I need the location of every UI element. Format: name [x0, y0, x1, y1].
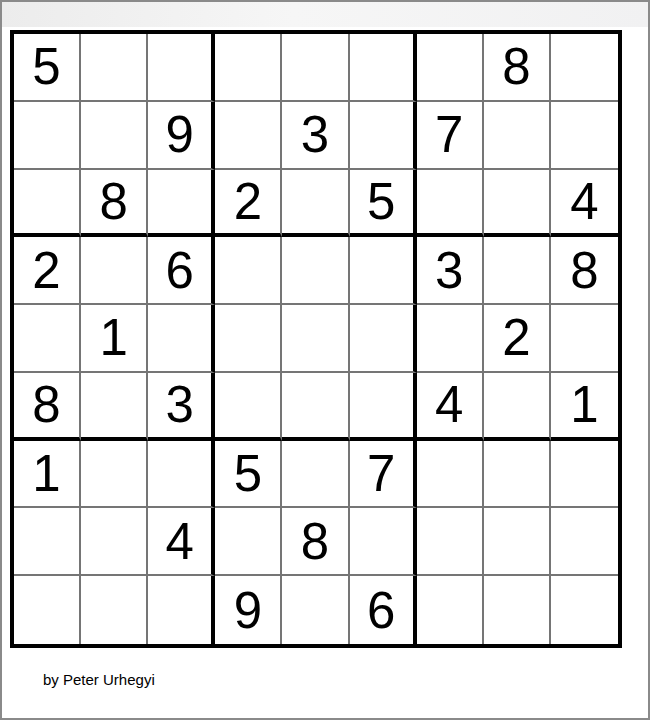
cell-r5c8[interactable]: 2 [484, 305, 551, 373]
cell-r2c2[interactable] [81, 102, 148, 170]
cell-r8c2[interactable] [81, 508, 148, 576]
cell-r7c6[interactable]: 7 [350, 441, 417, 509]
cell-r8c5[interactable]: 8 [282, 508, 349, 576]
sudoku-board: 58937825426381283411574896 [10, 30, 622, 648]
cell-r7c7[interactable] [417, 441, 484, 509]
cell-r7c3[interactable] [148, 441, 215, 509]
cell-r4c8[interactable] [484, 237, 551, 305]
cell-r9c3[interactable] [148, 576, 215, 644]
cell-r4c9[interactable]: 8 [551, 237, 618, 305]
cell-r1c2[interactable] [81, 34, 148, 102]
cell-r2c5[interactable]: 3 [282, 102, 349, 170]
cell-r7c9[interactable] [551, 441, 618, 509]
cell-r6c9[interactable]: 1 [551, 373, 618, 441]
cell-r3c5[interactable] [282, 170, 349, 238]
cell-r2c1[interactable] [14, 102, 81, 170]
cell-r6c5[interactable] [282, 373, 349, 441]
cell-r9c1[interactable] [14, 576, 81, 644]
cell-r8c8[interactable] [484, 508, 551, 576]
cell-r9c8[interactable] [484, 576, 551, 644]
cell-r2c4[interactable] [215, 102, 282, 170]
cell-r8c7[interactable] [417, 508, 484, 576]
cell-r9c7[interactable] [417, 576, 484, 644]
cell-r1c9[interactable] [551, 34, 618, 102]
cell-r8c9[interactable] [551, 508, 618, 576]
cell-r9c6[interactable]: 6 [350, 576, 417, 644]
cell-r7c2[interactable] [81, 441, 148, 509]
cell-r9c2[interactable] [81, 576, 148, 644]
cell-r6c2[interactable] [81, 373, 148, 441]
cell-r3c3[interactable] [148, 170, 215, 238]
cell-r6c3[interactable]: 3 [148, 373, 215, 441]
cell-r6c7[interactable]: 4 [417, 373, 484, 441]
cell-r5c1[interactable] [14, 305, 81, 373]
cell-r6c6[interactable] [350, 373, 417, 441]
cell-r3c6[interactable]: 5 [350, 170, 417, 238]
author-credit: by Peter Urhegyi [43, 671, 155, 688]
cell-r3c4[interactable]: 2 [215, 170, 282, 238]
cell-r3c7[interactable] [417, 170, 484, 238]
cell-r3c8[interactable] [484, 170, 551, 238]
cell-r5c7[interactable] [417, 305, 484, 373]
cell-r2c3[interactable]: 9 [148, 102, 215, 170]
cell-r7c4[interactable]: 5 [215, 441, 282, 509]
cell-r1c3[interactable] [148, 34, 215, 102]
cell-r1c7[interactable] [417, 34, 484, 102]
cell-r1c8[interactable]: 8 [484, 34, 551, 102]
cell-r1c6[interactable] [350, 34, 417, 102]
cell-r5c4[interactable] [215, 305, 282, 373]
cell-r4c7[interactable]: 3 [417, 237, 484, 305]
cell-r6c1[interactable]: 8 [14, 373, 81, 441]
header-band [2, 2, 648, 27]
cell-r3c1[interactable] [14, 170, 81, 238]
cell-r2c8[interactable] [484, 102, 551, 170]
cell-r6c8[interactable] [484, 373, 551, 441]
cell-r2c7[interactable]: 7 [417, 102, 484, 170]
cell-r8c4[interactable] [215, 508, 282, 576]
cell-r9c4[interactable]: 9 [215, 576, 282, 644]
cell-r6c4[interactable] [215, 373, 282, 441]
cell-r1c1[interactable]: 5 [14, 34, 81, 102]
cell-r8c3[interactable]: 4 [148, 508, 215, 576]
cell-r2c9[interactable] [551, 102, 618, 170]
cell-r3c2[interactable]: 8 [81, 170, 148, 238]
cell-r4c6[interactable] [350, 237, 417, 305]
cell-r5c9[interactable] [551, 305, 618, 373]
cell-r2c6[interactable] [350, 102, 417, 170]
cell-r5c6[interactable] [350, 305, 417, 373]
cell-r4c3[interactable]: 6 [148, 237, 215, 305]
cell-r4c4[interactable] [215, 237, 282, 305]
cell-r9c9[interactable] [551, 576, 618, 644]
cell-r8c1[interactable] [14, 508, 81, 576]
cell-r5c3[interactable] [148, 305, 215, 373]
cell-r7c8[interactable] [484, 441, 551, 509]
cell-r1c4[interactable] [215, 34, 282, 102]
cell-r4c5[interactable] [282, 237, 349, 305]
cell-r5c2[interactable]: 1 [81, 305, 148, 373]
cell-r7c5[interactable] [282, 441, 349, 509]
cell-r7c1[interactable]: 1 [14, 441, 81, 509]
cell-r4c2[interactable] [81, 237, 148, 305]
cell-r4c1[interactable]: 2 [14, 237, 81, 305]
cell-r1c5[interactable] [282, 34, 349, 102]
cell-r8c6[interactable] [350, 508, 417, 576]
cell-r9c5[interactable] [282, 576, 349, 644]
cell-r5c5[interactable] [282, 305, 349, 373]
cell-r3c9[interactable]: 4 [551, 170, 618, 238]
